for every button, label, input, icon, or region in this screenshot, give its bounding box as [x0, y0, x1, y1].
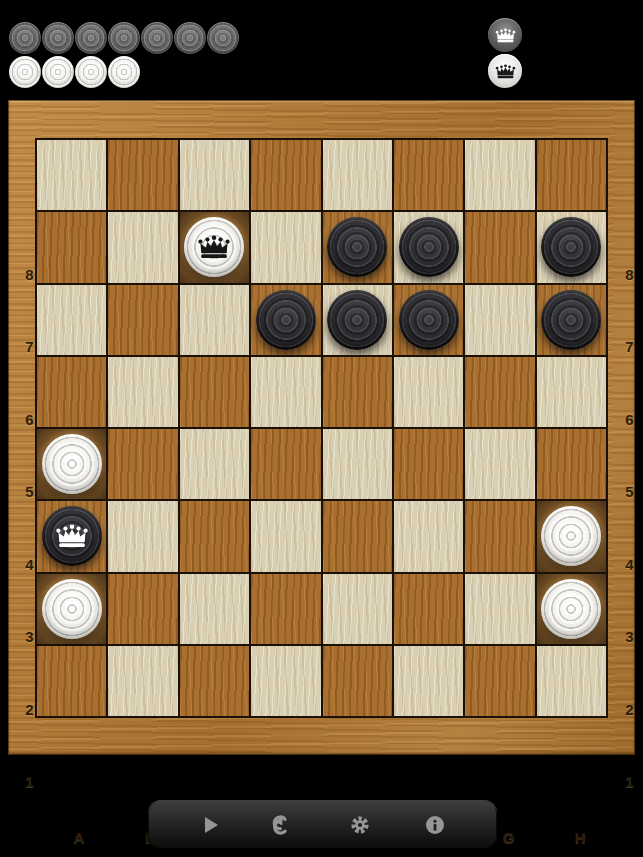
- piece-black-man[interactable]: [399, 217, 459, 277]
- square-b3[interactable]: [108, 501, 177, 571]
- square-d8[interactable]: [251, 140, 320, 210]
- piece-black-man[interactable]: [541, 290, 601, 350]
- captured-piece-white: [42, 56, 74, 88]
- square-h1[interactable]: [537, 646, 606, 716]
- white-king-indicator: [488, 54, 522, 88]
- piece-black-man[interactable]: [541, 217, 601, 277]
- captured-piece-dark: [108, 22, 140, 54]
- rank-label-6: 6: [25, 411, 33, 428]
- board-squares: [35, 138, 608, 718]
- square-d5[interactable]: [251, 357, 320, 427]
- square-d4[interactable]: [251, 429, 320, 499]
- square-e8[interactable]: [323, 140, 392, 210]
- king-indicators: [488, 18, 522, 88]
- gear-icon: [347, 812, 373, 838]
- captured-pieces-row-dark: [9, 22, 239, 54]
- rank-label-1: 1: [25, 773, 33, 790]
- square-d1[interactable]: [251, 646, 320, 716]
- crown-icon: [495, 64, 516, 79]
- captured-piece-dark: [42, 22, 74, 54]
- info-button[interactable]: [415, 805, 455, 845]
- square-e5[interactable]: [323, 357, 392, 427]
- square-a5[interactable]: [37, 357, 106, 427]
- undo-button[interactable]: [265, 805, 305, 845]
- square-d7[interactable]: [251, 212, 320, 282]
- rank-label-3: 3: [625, 628, 633, 645]
- captured-piece-dark: [174, 22, 206, 54]
- square-f7[interactable]: [394, 212, 463, 282]
- piece-white-man[interactable]: [541, 579, 601, 639]
- piece-white-man[interactable]: [42, 579, 102, 639]
- square-e3[interactable]: [323, 501, 392, 571]
- square-a7[interactable]: [37, 212, 106, 282]
- captured-piece-dark: [141, 22, 173, 54]
- piece-white-king[interactable]: [184, 217, 244, 277]
- square-g4[interactable]: [465, 429, 534, 499]
- piece-black-man[interactable]: [399, 290, 459, 350]
- crown-icon: [55, 524, 89, 548]
- rank-label-5: 5: [25, 483, 33, 500]
- square-c2[interactable]: [180, 574, 249, 644]
- square-g6[interactable]: [465, 285, 534, 355]
- square-c4[interactable]: [180, 429, 249, 499]
- app-screen: ABCDEFGH ABCDEFGH 87654321 87654321: [0, 0, 643, 857]
- captured-pieces-row-white: [9, 56, 140, 88]
- square-f6[interactable]: [394, 285, 463, 355]
- rank-label-7: 7: [625, 338, 633, 355]
- rank-label-7: 7: [25, 338, 33, 355]
- square-b1[interactable]: [108, 646, 177, 716]
- crown-icon: [197, 235, 231, 259]
- rank-label-8: 8: [25, 266, 33, 283]
- square-a6[interactable]: [37, 285, 106, 355]
- square-c6[interactable]: [180, 285, 249, 355]
- rank-label-3: 3: [25, 628, 33, 645]
- captured-piece-white: [75, 56, 107, 88]
- square-f8[interactable]: [394, 140, 463, 210]
- file-label-g: G: [503, 829, 515, 846]
- square-h8[interactable]: [537, 140, 606, 210]
- square-g1[interactable]: [465, 646, 534, 716]
- captured-piece-dark: [75, 22, 107, 54]
- piece-white-man[interactable]: [541, 506, 601, 566]
- square-e1[interactable]: [323, 646, 392, 716]
- square-g7[interactable]: [465, 212, 534, 282]
- square-h7[interactable]: [537, 212, 606, 282]
- bottom-toolbar: [148, 800, 497, 849]
- square-a1[interactable]: [37, 646, 106, 716]
- square-e7[interactable]: [323, 212, 392, 282]
- black-king-indicator: [488, 18, 522, 52]
- square-b2[interactable]: [108, 574, 177, 644]
- square-b6[interactable]: [108, 285, 177, 355]
- square-d2[interactable]: [251, 574, 320, 644]
- rank-label-4: 4: [25, 556, 33, 573]
- square-f2[interactable]: [394, 574, 463, 644]
- square-h5[interactable]: [537, 357, 606, 427]
- square-h3[interactable]: [537, 501, 606, 571]
- square-f1[interactable]: [394, 646, 463, 716]
- undo-icon: [272, 812, 298, 838]
- square-b5[interactable]: [108, 357, 177, 427]
- square-a3[interactable]: [37, 501, 106, 571]
- square-g5[interactable]: [465, 357, 534, 427]
- rank-labels-right: 87654321: [616, 238, 643, 818]
- piece-black-man[interactable]: [327, 290, 387, 350]
- rank-label-2: 2: [25, 701, 33, 718]
- square-h4[interactable]: [537, 429, 606, 499]
- square-e2[interactable]: [323, 574, 392, 644]
- file-label-a: A: [73, 829, 84, 846]
- square-g3[interactable]: [465, 501, 534, 571]
- square-h2[interactable]: [537, 574, 606, 644]
- rank-label-8: 8: [625, 266, 633, 283]
- rank-label-2: 2: [625, 701, 633, 718]
- square-a8[interactable]: [37, 140, 106, 210]
- square-c1[interactable]: [180, 646, 249, 716]
- piece-white-man[interactable]: [42, 434, 102, 494]
- rank-label-4: 4: [625, 556, 633, 573]
- square-b7[interactable]: [108, 212, 177, 282]
- square-h6[interactable]: [537, 285, 606, 355]
- square-c8[interactable]: [180, 140, 249, 210]
- rank-label-5: 5: [625, 483, 633, 500]
- square-a4[interactable]: [37, 429, 106, 499]
- rank-label-1: 1: [625, 773, 633, 790]
- square-e4[interactable]: [323, 429, 392, 499]
- settings-button[interactable]: [340, 805, 380, 845]
- square-c5[interactable]: [180, 357, 249, 427]
- info-icon: [422, 812, 448, 838]
- square-b4[interactable]: [108, 429, 177, 499]
- rank-label-6: 6: [625, 411, 633, 428]
- square-c7[interactable]: [180, 212, 249, 282]
- play-button[interactable]: [190, 805, 230, 845]
- square-a2[interactable]: [37, 574, 106, 644]
- square-c3[interactable]: [180, 501, 249, 571]
- play-icon: [197, 812, 223, 838]
- square-f3[interactable]: [394, 501, 463, 571]
- square-g2[interactable]: [465, 574, 534, 644]
- piece-black-man[interactable]: [256, 290, 316, 350]
- captured-piece-dark: [9, 22, 41, 54]
- piece-black-king[interactable]: [42, 506, 102, 566]
- square-e6[interactable]: [323, 285, 392, 355]
- file-label-h: H: [575, 829, 586, 846]
- square-d3[interactable]: [251, 501, 320, 571]
- square-b8[interactable]: [108, 140, 177, 210]
- square-g8[interactable]: [465, 140, 534, 210]
- crown-icon: [495, 28, 516, 43]
- captured-piece-white: [9, 56, 41, 88]
- checkers-board: ABCDEFGH ABCDEFGH 87654321 87654321: [8, 100, 635, 755]
- piece-black-man[interactable]: [327, 217, 387, 277]
- square-d6[interactable]: [251, 285, 320, 355]
- square-f5[interactable]: [394, 357, 463, 427]
- captured-piece-dark: [207, 22, 239, 54]
- captured-piece-white: [108, 56, 140, 88]
- square-f4[interactable]: [394, 429, 463, 499]
